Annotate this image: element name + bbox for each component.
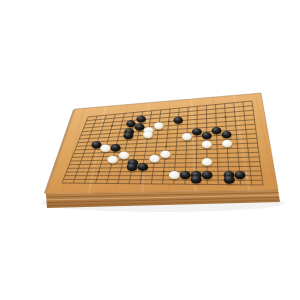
black-stone <box>224 175 235 183</box>
white-stone <box>202 158 213 166</box>
black-stone <box>192 128 202 135</box>
black-stone <box>180 171 191 179</box>
white-stone <box>143 131 153 138</box>
black-stone <box>136 116 145 123</box>
black-stone <box>135 124 145 131</box>
white-stone <box>107 156 117 164</box>
white-stone <box>222 140 232 148</box>
black-stone <box>123 132 133 139</box>
product-photo <box>0 0 300 300</box>
black-stone <box>212 127 222 134</box>
black-stone <box>137 163 148 171</box>
white-stone <box>182 133 192 140</box>
black-stone <box>191 175 202 183</box>
black-stone <box>127 163 138 171</box>
black-stone <box>110 144 120 152</box>
white-stone <box>119 152 129 160</box>
white-stone <box>154 122 164 129</box>
white-stone <box>149 155 159 163</box>
black-stone <box>91 141 101 148</box>
black-stone <box>126 120 135 127</box>
white-stone <box>202 141 212 149</box>
black-stone <box>202 132 212 139</box>
black-stone <box>234 171 245 179</box>
white-stone <box>160 150 170 158</box>
black-stone <box>173 117 182 124</box>
white-stone <box>169 171 180 179</box>
white-stone <box>100 145 110 153</box>
black-stone <box>222 131 232 138</box>
black-stone <box>202 171 213 179</box>
go-board <box>0 0 300 300</box>
